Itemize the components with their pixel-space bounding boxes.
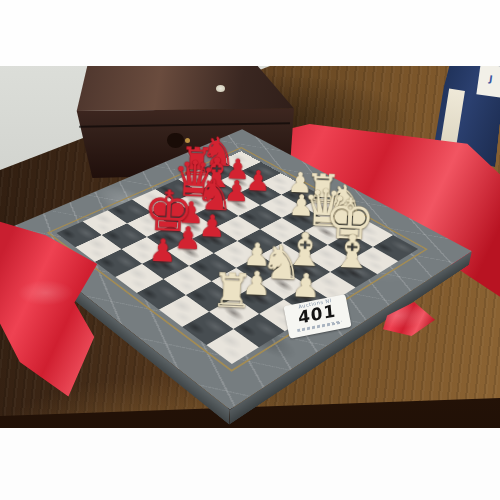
ivory-bishop: ♝	[326, 228, 378, 276]
bottom-white-band	[0, 428, 500, 500]
ivory-rook: ♜	[204, 267, 259, 316]
top-white-band	[0, 0, 500, 66]
auction-photo-scene: J ♟♜♞♞♟♟♟♛♚♜♝♟♝♛♞♝♟♟♟♞♟♚♟♟♟♜ Auctions NI…	[0, 0, 500, 500]
board-perspective-wrap: ♟♜♞♞♟♟♟♛♚♜♝♟♝♛♞♝♟♟♟♞♟♚♟♟♟♜	[0, 0, 500, 500]
red-pawn: ♟	[137, 234, 188, 267]
